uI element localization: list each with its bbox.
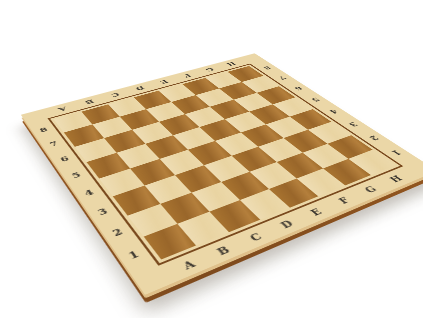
board-top-surface: ABCDEFGH ABCDEFGH 87654321 87654321 — [21, 53, 423, 295]
chessboard: ABCDEFGH ABCDEFGH 87654321 87654321 — [21, 53, 423, 295]
photo-scene: ABCDEFGH ABCDEFGH 87654321 87654321 — [0, 0, 423, 318]
product-photo-canvas: ABCDEFGH ABCDEFGH 87654321 87654321 — [0, 0, 423, 318]
